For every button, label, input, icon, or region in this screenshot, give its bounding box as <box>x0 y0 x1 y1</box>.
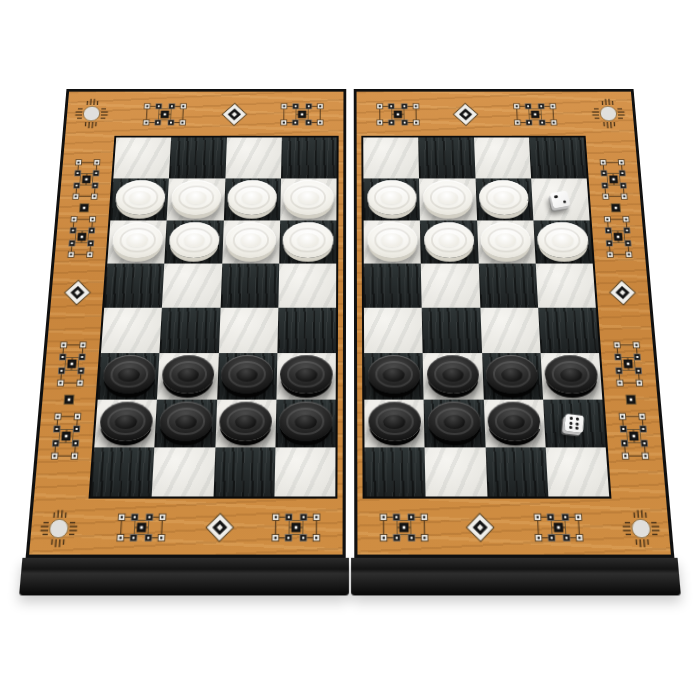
square-a5[interactable] <box>104 264 164 308</box>
square-f3[interactable] <box>423 353 483 400</box>
square-g7[interactable] <box>475 178 533 220</box>
square-d8[interactable] <box>281 137 337 178</box>
square-e3[interactable] <box>364 353 424 400</box>
white-checker[interactable] <box>480 223 532 258</box>
zia-sun-icon <box>618 507 664 550</box>
square-cluster-icon <box>609 337 648 392</box>
square-c6[interactable] <box>222 220 280 263</box>
black-checker[interactable] <box>279 402 332 441</box>
square-c1[interactable] <box>213 447 275 496</box>
square-c3[interactable] <box>217 353 277 400</box>
black-checker[interactable] <box>544 355 598 393</box>
square-g3[interactable] <box>482 353 543 400</box>
square-cluster-icon <box>374 509 434 546</box>
white-checker[interactable] <box>225 223 276 258</box>
black-checker[interactable] <box>368 402 421 441</box>
black-checker[interactable] <box>219 402 273 441</box>
board-right-half <box>354 89 678 595</box>
square-c8[interactable] <box>225 137 282 178</box>
right-half-box-base <box>351 558 681 596</box>
white-die-h2[interactable] <box>564 414 584 433</box>
square-e6[interactable] <box>364 220 421 263</box>
die-pip <box>575 426 578 430</box>
zia-sun-icon <box>71 97 111 131</box>
square-h8[interactable] <box>529 137 587 178</box>
square-h2[interactable] <box>543 400 606 448</box>
diamond-medallion-icon <box>464 511 497 543</box>
square-c4[interactable] <box>218 308 278 353</box>
square-e2[interactable] <box>364 400 425 448</box>
folding-checkers-board <box>22 89 677 595</box>
square-cluster-icon <box>614 408 654 465</box>
dot-square-icon <box>62 393 76 406</box>
square-b4[interactable] <box>160 308 220 353</box>
square-a1[interactable] <box>91 447 155 496</box>
zia-sun-icon <box>588 97 628 131</box>
square-d4[interactable] <box>277 308 336 353</box>
square-cluster-icon <box>266 509 326 546</box>
square-c2[interactable] <box>215 400 276 448</box>
die-pip <box>576 418 579 422</box>
square-g8[interactable] <box>474 137 531 178</box>
square-b2[interactable] <box>155 400 217 448</box>
left-half-wood-face <box>26 89 347 558</box>
square-a3[interactable] <box>98 353 160 400</box>
left-half-box-base <box>19 558 349 596</box>
square-a6[interactable] <box>107 220 167 263</box>
board-left-half <box>22 89 346 595</box>
square-e7[interactable] <box>363 178 420 220</box>
square-cluster-icon <box>111 509 172 546</box>
square-cluster-icon <box>372 100 425 129</box>
black-checker[interactable] <box>159 402 213 441</box>
square-cluster-icon <box>595 155 631 204</box>
diamond-medallion-icon <box>61 278 93 306</box>
diamond-medallion-icon <box>607 278 639 306</box>
white-checker[interactable] <box>283 180 333 214</box>
square-a7[interactable] <box>110 178 169 220</box>
square-a2[interactable] <box>94 400 157 448</box>
square-d2[interactable] <box>275 400 336 448</box>
square-d3[interactable] <box>276 353 336 400</box>
square-cluster-icon <box>46 408 86 465</box>
white-checker[interactable] <box>478 180 529 214</box>
white-checker[interactable] <box>227 180 277 214</box>
black-checker[interactable] <box>161 355 215 393</box>
zia-sun-icon <box>36 507 82 550</box>
diamond-medallion-icon <box>203 511 236 543</box>
die-pip <box>554 195 558 198</box>
white-checker[interactable] <box>111 223 163 258</box>
square-b5[interactable] <box>162 264 222 308</box>
white-checker[interactable] <box>168 223 220 258</box>
square-a4[interactable] <box>101 308 162 353</box>
square-cluster-icon <box>52 337 91 392</box>
square-a8[interactable] <box>113 137 171 178</box>
diamond-medallion-icon <box>451 102 480 127</box>
black-checker[interactable] <box>487 402 541 441</box>
square-cluster-icon <box>600 211 637 262</box>
checkerboard-left-columns <box>89 136 339 499</box>
square-d7[interactable] <box>280 178 337 220</box>
square-h3[interactable] <box>540 353 602 400</box>
square-f6[interactable] <box>420 220 478 263</box>
square-f5[interactable] <box>421 264 480 308</box>
square-cluster-icon <box>508 100 562 129</box>
square-f8[interactable] <box>418 137 475 178</box>
square-d6[interactable] <box>279 220 336 263</box>
square-f2[interactable] <box>424 400 485 448</box>
dot-square-icon <box>624 393 638 406</box>
square-e4[interactable] <box>364 308 423 353</box>
white-checker[interactable] <box>367 180 417 214</box>
square-c7[interactable] <box>223 178 280 220</box>
white-die-h7[interactable] <box>550 190 571 208</box>
square-h7[interactable] <box>531 178 590 220</box>
square-e8[interactable] <box>363 137 419 178</box>
square-b7[interactable] <box>167 178 225 220</box>
die-pip <box>569 417 572 421</box>
product-photo-background <box>0 0 700 700</box>
square-g2[interactable] <box>483 400 545 448</box>
square-h1[interactable] <box>545 447 609 496</box>
square-b3[interactable] <box>157 353 218 400</box>
square-cluster-icon <box>138 100 192 129</box>
black-checker[interactable] <box>485 355 539 393</box>
square-d1[interactable] <box>274 447 335 496</box>
square-cluster-icon <box>68 155 104 204</box>
die-pip <box>569 426 572 430</box>
white-checker[interactable] <box>424 223 475 258</box>
square-g5[interactable] <box>478 264 538 308</box>
white-checker[interactable] <box>114 180 166 214</box>
white-checker[interactable] <box>423 180 473 214</box>
square-c5[interactable] <box>220 264 279 308</box>
square-cluster-icon <box>528 509 589 546</box>
white-checker[interactable] <box>537 223 589 258</box>
right-half-wood-face <box>354 89 675 558</box>
white-checker[interactable] <box>283 223 333 258</box>
black-checker[interactable] <box>280 355 332 393</box>
black-checker[interactable] <box>220 355 273 393</box>
square-cluster-icon <box>275 100 328 129</box>
square-e5[interactable] <box>364 264 422 308</box>
square-d5[interactable] <box>278 264 336 308</box>
white-checker[interactable] <box>367 223 417 258</box>
square-g4[interactable] <box>480 308 540 353</box>
square-h6[interactable] <box>533 220 593 263</box>
square-e1[interactable] <box>364 447 425 496</box>
square-f4[interactable] <box>422 308 482 353</box>
die-pip <box>569 421 572 425</box>
square-b6[interactable] <box>165 220 224 263</box>
die-pip <box>562 200 566 203</box>
black-checker[interactable] <box>426 355 479 393</box>
square-f7[interactable] <box>419 178 476 220</box>
black-checker[interactable] <box>427 402 481 441</box>
diamond-medallion-icon <box>220 102 249 127</box>
square-g6[interactable] <box>477 220 536 263</box>
square-f1[interactable] <box>425 447 487 496</box>
die-pip <box>576 422 579 426</box>
square-cluster-icon <box>63 211 100 262</box>
square-h5[interactable] <box>535 264 595 308</box>
square-h4[interactable] <box>538 308 599 353</box>
white-checker[interactable] <box>171 180 222 214</box>
black-checker[interactable] <box>368 355 420 393</box>
black-checker[interactable] <box>98 402 153 441</box>
square-b1[interactable] <box>152 447 215 496</box>
black-checker[interactable] <box>102 355 156 393</box>
square-b8[interactable] <box>169 137 226 178</box>
square-g1[interactable] <box>485 447 548 496</box>
checkerboard-right-columns <box>361 136 611 499</box>
